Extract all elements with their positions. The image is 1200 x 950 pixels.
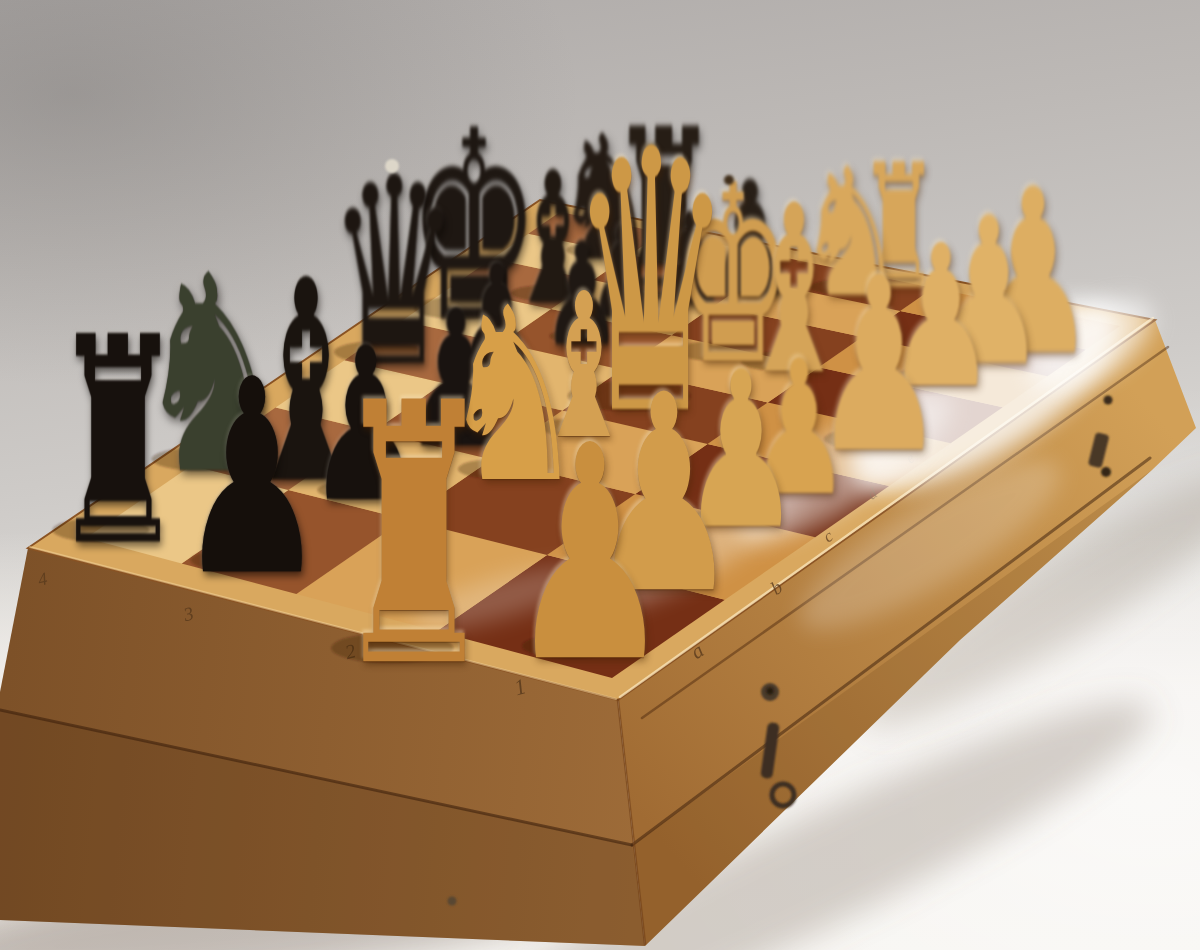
shadow-of-white-knight-b2 — [458, 459, 540, 479]
shadow-of-black-pawn-f3 — [594, 305, 638, 316]
shadow-of-white-knight-g2 — [810, 280, 871, 295]
shadow-of-black-knight-g4 — [566, 243, 624, 257]
shadow-of-black-pawn-c3 — [413, 428, 477, 444]
shadow-of-black-bishop-c4 — [242, 456, 337, 479]
shadow-of-black-king-e4 — [414, 297, 503, 319]
shadow-of-black-pawn-d3 — [463, 358, 514, 371]
hinge-clasp-knob-icon — [1101, 467, 1111, 477]
shadow-of-black-queen-d4 — [334, 341, 422, 363]
latch-screw-icon — [767, 688, 774, 695]
shadow-of-black-rook-a4 — [52, 518, 149, 542]
shadow-of-black-pawn-b3 — [317, 481, 389, 499]
front-screw-icon — [448, 897, 457, 906]
shadow-of-white-queen-d2 — [568, 381, 691, 411]
wooden-chess-box: 1234abcdef — [0, 0, 1200, 950]
shadow-of-black-pawn-g3 — [661, 291, 704, 302]
shadow-of-white-pawn-a1 — [522, 634, 623, 659]
shadow-of-black-pawn-e3 — [549, 330, 597, 342]
shadow-of-black-pawn-h3 — [714, 279, 768, 292]
shadow-of-white-bishop-f2 — [741, 351, 820, 370]
shadow-of-white-rook-h2 — [859, 272, 917, 286]
shadow-of-white-bishop-c2 — [538, 419, 606, 436]
shadow-of-black-pawn-a3 — [190, 549, 281, 572]
chess-box-photo-scene: 1234abcdef ♜♞♝♛♚♝♞♜♟♟♟♟♟♟♟♟♜♞♝♛♚♝♞♜♟♟♟♟♟… — [0, 0, 1200, 950]
shadow-of-white-rook-a2 — [331, 633, 453, 663]
shadow-of-black-bishop-f4 — [511, 285, 573, 300]
hinge-screw-icon — [1104, 396, 1113, 405]
shadow-of-black-knight-b4 — [151, 448, 243, 471]
